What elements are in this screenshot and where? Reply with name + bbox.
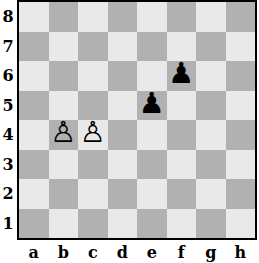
square-b4[interactable]: ♙ — [49, 120, 79, 150]
square-b8[interactable] — [49, 2, 79, 32]
rank-label-8: 8 — [0, 2, 16, 32]
square-g3[interactable] — [196, 150, 226, 180]
square-c8[interactable] — [78, 2, 108, 32]
square-c7[interactable] — [78, 32, 108, 62]
square-c4[interactable]: ♙ — [78, 120, 108, 150]
square-e4[interactable] — [137, 120, 167, 150]
rank-label-1: 1 — [0, 209, 16, 239]
square-h5[interactable] — [226, 91, 256, 121]
chess-board: ♟♟♙♙ — [17, 0, 257, 240]
square-d4[interactable] — [108, 120, 138, 150]
rank-label-6: 6 — [0, 61, 16, 91]
square-d3[interactable] — [108, 150, 138, 180]
square-g2[interactable] — [196, 179, 226, 209]
rank-labels: 87654321 — [0, 0, 16, 240]
square-b5[interactable] — [49, 91, 79, 121]
square-a7[interactable] — [19, 32, 49, 62]
square-d1[interactable] — [108, 209, 138, 239]
square-h7[interactable] — [226, 32, 256, 62]
square-e3[interactable] — [137, 150, 167, 180]
piece-black-pawn-f6[interactable]: ♟ — [168, 61, 194, 89]
square-d7[interactable] — [108, 32, 138, 62]
square-f1[interactable] — [167, 209, 197, 239]
square-h2[interactable] — [226, 179, 256, 209]
square-a4[interactable] — [19, 120, 49, 150]
file-label-g: g — [196, 242, 226, 263]
square-h6[interactable] — [226, 61, 256, 91]
square-a8[interactable] — [19, 2, 49, 32]
square-f2[interactable] — [167, 179, 197, 209]
square-g1[interactable] — [196, 209, 226, 239]
square-b7[interactable] — [49, 32, 79, 62]
square-a3[interactable] — [19, 150, 49, 180]
square-a5[interactable] — [19, 91, 49, 121]
square-f5[interactable] — [167, 91, 197, 121]
square-f6[interactable]: ♟ — [167, 61, 197, 91]
square-f3[interactable] — [167, 150, 197, 180]
square-d8[interactable] — [108, 2, 138, 32]
square-d6[interactable] — [108, 61, 138, 91]
square-b2[interactable] — [49, 179, 79, 209]
square-e1[interactable] — [137, 209, 167, 239]
square-f7[interactable] — [167, 32, 197, 62]
square-a1[interactable] — [19, 209, 49, 239]
square-h8[interactable] — [226, 2, 256, 32]
square-g8[interactable] — [196, 2, 226, 32]
file-label-a: a — [19, 242, 49, 263]
square-c2[interactable] — [78, 179, 108, 209]
square-h3[interactable] — [226, 150, 256, 180]
rank-label-4: 4 — [0, 120, 16, 150]
square-e7[interactable] — [137, 32, 167, 62]
rank-label-7: 7 — [0, 32, 16, 62]
file-label-h: h — [226, 242, 256, 263]
square-c1[interactable] — [78, 209, 108, 239]
file-label-e: e — [137, 242, 167, 263]
square-e2[interactable] — [137, 179, 167, 209]
square-g4[interactable] — [196, 120, 226, 150]
square-c3[interactable] — [78, 150, 108, 180]
square-f8[interactable] — [167, 2, 197, 32]
file-label-c: c — [78, 242, 108, 263]
file-label-f: f — [167, 242, 197, 263]
piece-black-pawn-e5[interactable]: ♟ — [139, 91, 165, 119]
square-b1[interactable] — [49, 209, 79, 239]
rank-label-5: 5 — [0, 91, 16, 121]
square-a2[interactable] — [19, 179, 49, 209]
square-h4[interactable] — [226, 120, 256, 150]
square-g6[interactable] — [196, 61, 226, 91]
file-labels: abcdefgh — [19, 242, 255, 263]
chess-diagram: 87654321 ♟♟♙♙ abcdefgh — [0, 0, 259, 263]
square-c6[interactable] — [78, 61, 108, 91]
square-f4[interactable] — [167, 120, 197, 150]
square-g7[interactable] — [196, 32, 226, 62]
piece-white-pawn-b4[interactable]: ♙ — [50, 120, 76, 148]
rank-label-3: 3 — [0, 150, 16, 180]
square-d2[interactable] — [108, 179, 138, 209]
square-e8[interactable] — [137, 2, 167, 32]
square-b6[interactable] — [49, 61, 79, 91]
rank-label-2: 2 — [0, 179, 16, 209]
square-c5[interactable] — [78, 91, 108, 121]
square-d5[interactable] — [108, 91, 138, 121]
file-label-d: d — [108, 242, 138, 263]
file-label-b: b — [49, 242, 79, 263]
square-b3[interactable] — [49, 150, 79, 180]
square-g5[interactable] — [196, 91, 226, 121]
square-h1[interactable] — [226, 209, 256, 239]
square-a6[interactable] — [19, 61, 49, 91]
piece-white-pawn-c4[interactable]: ♙ — [80, 120, 106, 148]
square-e5[interactable]: ♟ — [137, 91, 167, 121]
square-e6[interactable] — [137, 61, 167, 91]
